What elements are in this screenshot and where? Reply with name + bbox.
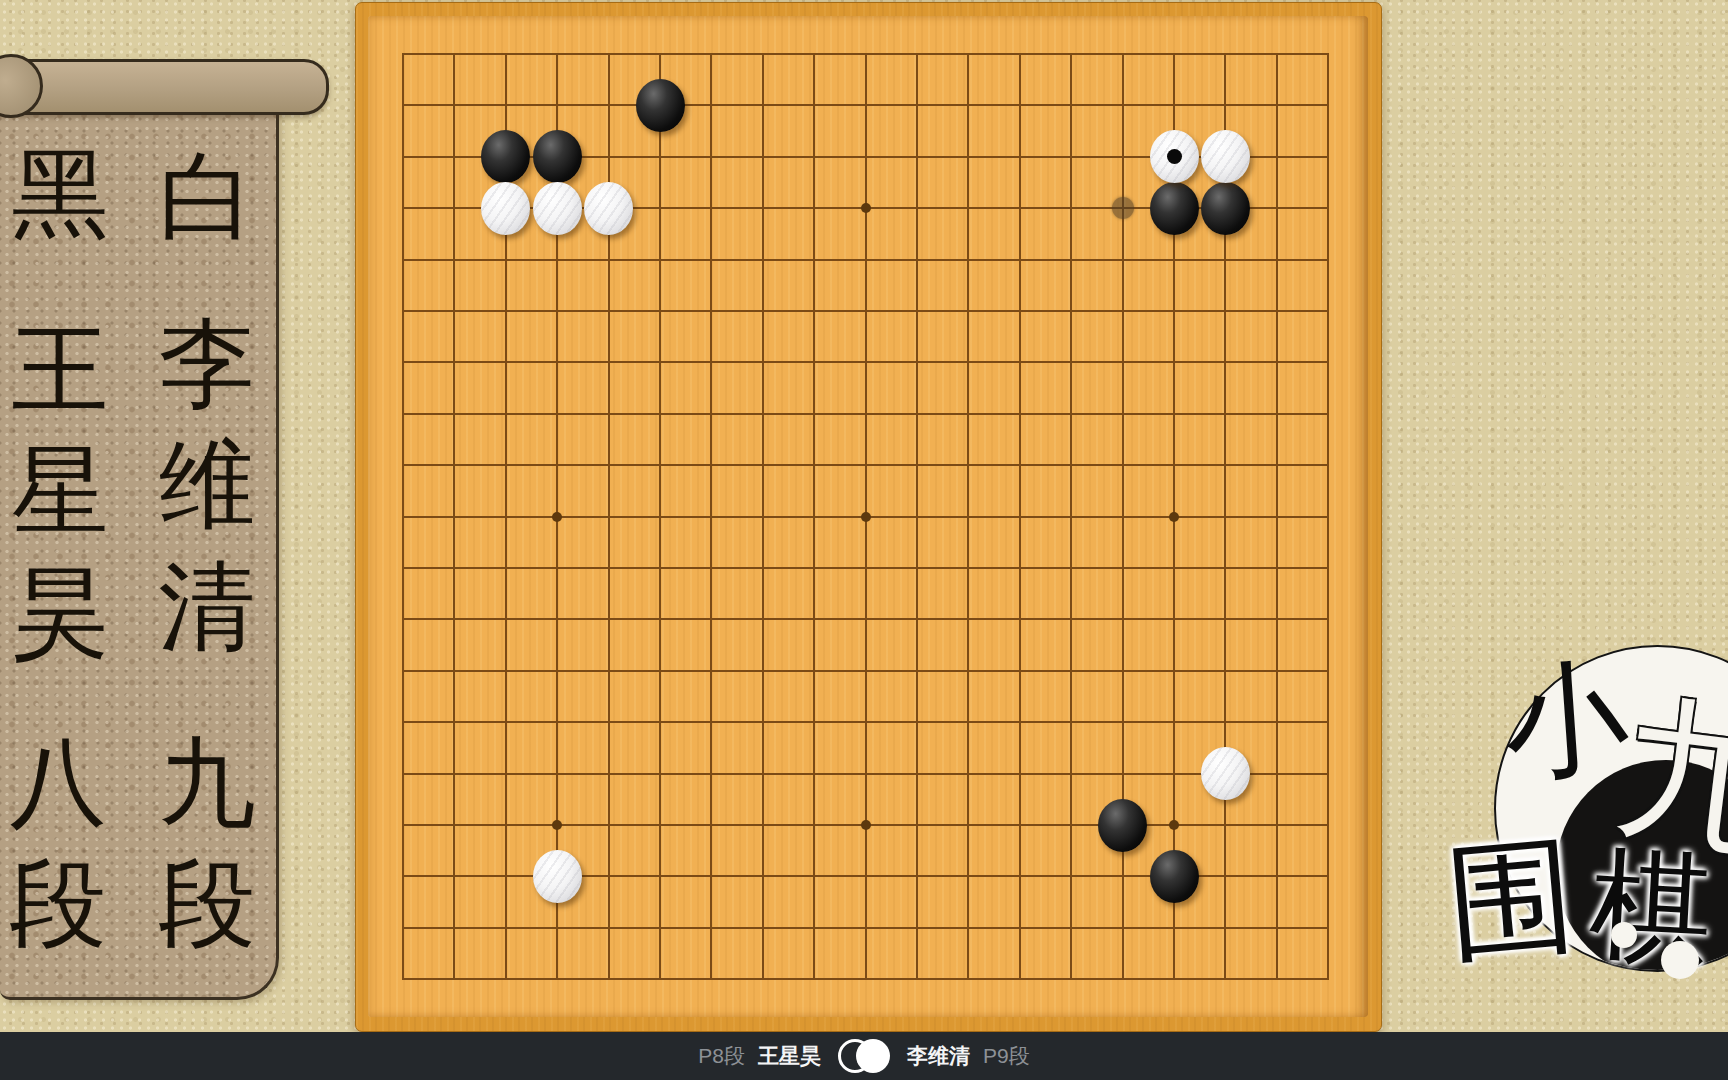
stone-black-P4 bbox=[1098, 799, 1147, 852]
stone-black-Q16 bbox=[1150, 182, 1199, 235]
grid-line bbox=[402, 927, 1329, 929]
stone-black-R16 bbox=[1201, 182, 1250, 235]
stone-white-R5 bbox=[1201, 747, 1250, 800]
grid-line bbox=[402, 567, 1329, 569]
scroll-white-player-name: 李维清 bbox=[155, 303, 259, 667]
status-white-rank: P9段 bbox=[983, 1042, 1030, 1070]
stone-black-C17 bbox=[481, 130, 530, 183]
goban-grid[interactable] bbox=[368, 16, 1368, 1017]
stone-black-F18 bbox=[636, 79, 685, 132]
star-point bbox=[861, 820, 871, 830]
logo-char-xiao: 小 bbox=[1500, 654, 1632, 786]
grid-line bbox=[402, 773, 1329, 775]
grid-line bbox=[1070, 53, 1072, 980]
stone-white-R17 bbox=[1201, 130, 1250, 183]
star-point bbox=[861, 512, 871, 522]
pending-move-marker bbox=[1112, 197, 1134, 219]
grid-line bbox=[402, 978, 1329, 980]
star-point bbox=[861, 203, 871, 213]
star-point bbox=[552, 820, 562, 830]
grid-line bbox=[1327, 53, 1329, 980]
stone-white-D3 bbox=[533, 850, 582, 903]
logo-white-stone-dot-small bbox=[1611, 922, 1637, 948]
grid-line bbox=[916, 53, 918, 980]
grid-line bbox=[1019, 53, 1021, 980]
logo-char-wei: 围 bbox=[1442, 830, 1581, 969]
stone-white-C16 bbox=[481, 182, 530, 235]
scroll-rod bbox=[0, 59, 329, 115]
status-bar: P8段 王星昊 李维清 P9段 bbox=[0, 1032, 1728, 1080]
go-board-frame bbox=[355, 2, 1382, 1032]
scroll-white-player-rank: 九段 bbox=[155, 722, 259, 965]
go-board-surface bbox=[368, 16, 1368, 1017]
scroll-black-player-rank: 八段 bbox=[6, 722, 110, 965]
status-black-name: 王星昊 bbox=[758, 1042, 821, 1070]
status-black-rank: P8段 bbox=[698, 1042, 745, 1070]
logo-white-stone-dot-large bbox=[1661, 941, 1699, 979]
white-stone-icon bbox=[856, 1039, 890, 1073]
star-point bbox=[552, 512, 562, 522]
stone-black-D17 bbox=[533, 130, 582, 183]
scroll-white-label: 白 bbox=[155, 136, 259, 257]
black-white-stones-icon bbox=[838, 1039, 890, 1073]
grid-line bbox=[402, 618, 1329, 620]
stone-white-D16 bbox=[533, 182, 582, 235]
scroll-black-label: 黑 bbox=[8, 133, 112, 254]
grid-line bbox=[402, 721, 1329, 723]
stone-black-Q3 bbox=[1150, 850, 1199, 903]
stone-white-Q17 bbox=[1150, 130, 1199, 183]
grid-line bbox=[402, 670, 1329, 672]
grid-line bbox=[967, 53, 969, 980]
status-white-name: 李维清 bbox=[907, 1042, 970, 1070]
stone-white-E16 bbox=[584, 182, 633, 235]
last-move-marker bbox=[1167, 149, 1182, 164]
star-point bbox=[1169, 512, 1179, 522]
star-point bbox=[1169, 820, 1179, 830]
grid-line bbox=[1276, 53, 1278, 980]
scroll-black-player-name: 王星昊 bbox=[8, 309, 112, 673]
